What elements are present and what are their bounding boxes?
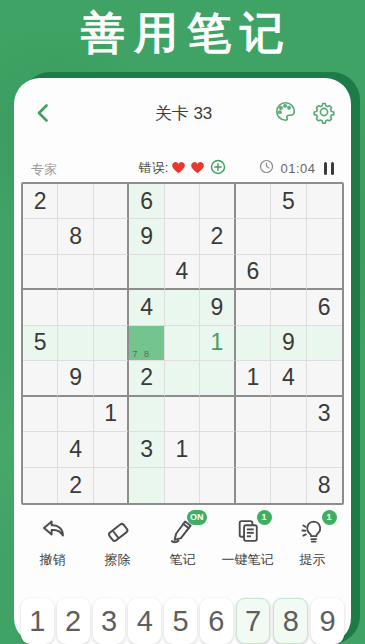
heart-icon [189, 159, 206, 178]
cell-r2c3[interactable] [94, 219, 129, 254]
cell-r6c1[interactable] [23, 361, 58, 396]
numpad-key-3[interactable]: 3 [93, 598, 126, 644]
cell-r6c7[interactable]: 1 [236, 361, 271, 396]
cell-r3c3[interactable] [94, 255, 129, 290]
cell-r7c1[interactable] [23, 397, 58, 432]
cell-r6c9[interactable] [307, 361, 342, 396]
numpad-key-4[interactable]: 4 [128, 598, 161, 644]
cell-r3c6[interactable] [200, 255, 235, 290]
cell-r9c8[interactable] [271, 468, 306, 503]
erase-button[interactable]: 擦除 [85, 516, 150, 569]
cell-r3c8[interactable] [271, 255, 306, 290]
cell-r9c9[interactable]: 8 [307, 468, 342, 503]
cell-r7c4[interactable] [129, 397, 164, 432]
status-bar: 专家 错误: [29, 158, 336, 178]
numpad-key-5[interactable]: 5 [164, 598, 197, 644]
cell-r5c3[interactable] [94, 326, 129, 361]
cell-r3c1[interactable] [23, 255, 58, 290]
cell-r6c5[interactable] [165, 361, 200, 396]
auto-notes-button[interactable]: 1 一键笔记 [215, 516, 280, 569]
cell-r4c8[interactable] [271, 290, 306, 325]
cell-r9c1[interactable] [23, 468, 58, 503]
settings-gear-icon[interactable] [311, 99, 337, 125]
banner-title: 善用笔记 [0, 0, 365, 66]
cell-r7c3[interactable]: 1 [94, 397, 129, 432]
clock-icon [259, 159, 274, 177]
cell-r8c6[interactable] [200, 432, 235, 467]
cell-r8c4[interactable]: 3 [129, 432, 164, 467]
cell-r3c9[interactable] [307, 255, 342, 290]
cell-r4c4[interactable]: 4 [129, 290, 164, 325]
cell-r1c3[interactable] [94, 184, 129, 219]
cell-r2c1[interactable] [23, 219, 58, 254]
cell-r2c2[interactable]: 8 [58, 219, 93, 254]
cell-r4c6[interactable]: 9 [200, 290, 235, 325]
hint-button[interactable]: 1 提示 [280, 516, 345, 569]
cell-r2c9[interactable] [307, 219, 342, 254]
notes-label: 笔记 [170, 551, 196, 569]
cell-r8c2[interactable]: 4 [58, 432, 93, 467]
palette-icon[interactable] [272, 98, 299, 125]
numpad-key-1[interactable]: 1 [21, 598, 54, 644]
cell-r1c5[interactable] [165, 184, 200, 219]
hint-count-badge: 1 [322, 510, 337, 525]
cell-r3c5[interactable]: 4 [165, 255, 200, 290]
sudoku-board: 265892464965781992141343128 [21, 182, 344, 505]
cell-r5c8[interactable]: 9 [271, 326, 306, 361]
cell-r7c2[interactable] [58, 397, 93, 432]
cell-r5c2[interactable] [58, 326, 93, 361]
numpad-key-6[interactable]: 6 [200, 598, 233, 644]
cell-r7c9[interactable]: 3 [307, 397, 342, 432]
cell-r5c4[interactable]: 78 [129, 326, 164, 361]
cell-r8c7[interactable] [236, 432, 271, 467]
cell-r5c1[interactable]: 5 [23, 326, 58, 361]
cell-r6c3[interactable] [94, 361, 129, 396]
numpad-key-2[interactable]: 2 [57, 598, 90, 644]
cell-r7c7[interactable] [236, 397, 271, 432]
cell-r1c2[interactable] [58, 184, 93, 219]
cell-r4c1[interactable] [23, 290, 58, 325]
cell-r6c4[interactable]: 2 [129, 361, 164, 396]
cell-r2c7[interactable] [236, 219, 271, 254]
heart-icon [170, 159, 187, 178]
notes-toggle-button[interactable]: ON 笔记 [150, 516, 215, 569]
cell-r1c8[interactable]: 5 [271, 184, 306, 219]
cell-r2c4[interactable]: 9 [129, 219, 164, 254]
cell-r9c4[interactable] [129, 468, 164, 503]
cell-r3c7[interactable]: 6 [236, 255, 271, 290]
hint-label: 提示 [300, 551, 326, 569]
numpad-key-8[interactable]: 8 [273, 598, 308, 644]
toolbar: 撤销 擦除 [20, 516, 345, 569]
numpad-key-9[interactable]: 9 [311, 598, 344, 644]
cell-r4c7[interactable] [236, 290, 271, 325]
timer-value: 01:04 [280, 161, 315, 176]
cell-r2c8[interactable] [271, 219, 306, 254]
errors-label: 错误: [139, 159, 169, 177]
cell-r1c9[interactable] [307, 184, 342, 219]
cell-r9c7[interactable] [236, 468, 271, 503]
auto-notes-icon: 1 [233, 516, 263, 546]
add-heart-icon[interactable] [210, 159, 226, 178]
notes-on-badge: ON [187, 510, 207, 525]
cell-r1c1[interactable]: 2 [23, 184, 58, 219]
pause-button[interactable] [322, 160, 337, 177]
cell-r7c8[interactable] [271, 397, 306, 432]
number-pad: 123456789 [21, 598, 344, 644]
eraser-icon [103, 516, 133, 546]
undo-button[interactable]: 撤销 [20, 516, 85, 569]
cell-r8c3[interactable] [94, 432, 129, 467]
cell-r9c5[interactable] [165, 468, 200, 503]
cell-r5c5[interactable] [165, 326, 200, 361]
cell-r9c2[interactable]: 2 [58, 468, 93, 503]
cell-r1c4[interactable]: 6 [129, 184, 164, 219]
header: 关卡 33 [30, 98, 337, 128]
pencil-notes: 78 [129, 326, 163, 360]
cell-r1c7[interactable] [236, 184, 271, 219]
cell-r4c3[interactable] [94, 290, 129, 325]
cell-r7c6[interactable] [200, 397, 235, 432]
cell-r2c6[interactable]: 2 [200, 219, 235, 254]
cell-r6c8[interactable]: 4 [271, 361, 306, 396]
cell-r2c5[interactable] [165, 219, 200, 254]
auto-notes-label: 一键笔记 [222, 551, 274, 569]
cell-r7c5[interactable] [165, 397, 200, 432]
cell-r3c4[interactable] [129, 255, 164, 290]
cell-r5c9[interactable] [307, 326, 342, 361]
cell-r4c5[interactable] [165, 290, 200, 325]
cell-r8c9[interactable] [307, 432, 342, 467]
cell-r4c2[interactable] [58, 290, 93, 325]
cell-r6c6[interactable] [200, 361, 235, 396]
undo-label: 撤销 [40, 551, 66, 569]
undo-icon [38, 516, 68, 546]
cell-r9c6[interactable] [200, 468, 235, 503]
cell-r9c3[interactable] [94, 468, 129, 503]
cell-r3c2[interactable] [58, 255, 93, 290]
game-card: 关卡 33 [14, 78, 351, 644]
cell-r8c1[interactable] [23, 432, 58, 467]
auto-notes-count-badge: 1 [257, 510, 272, 525]
cell-r4c9[interactable]: 6 [307, 290, 342, 325]
pencil-icon: ON [168, 516, 198, 546]
cell-r8c8[interactable] [271, 432, 306, 467]
numpad-key-7[interactable]: 7 [236, 598, 271, 644]
cell-r6c2[interactable]: 9 [58, 361, 93, 396]
erase-label: 擦除 [105, 551, 131, 569]
cell-r5c7[interactable] [236, 326, 271, 361]
lightbulb-icon: 1 [298, 516, 328, 546]
cell-r8c5[interactable]: 1 [165, 432, 200, 467]
cell-r5c6[interactable]: 1 [200, 326, 235, 361]
cell-r1c6[interactable] [200, 184, 235, 219]
